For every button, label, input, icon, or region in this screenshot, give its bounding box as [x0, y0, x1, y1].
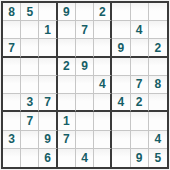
- cell-r7c9[interactable]: [149, 112, 167, 130]
- cell-r6c7[interactable]: 4: [112, 94, 130, 112]
- cell-r5c4[interactable]: [58, 76, 76, 94]
- cell-r1c9[interactable]: [149, 3, 167, 21]
- cell-r6c8[interactable]: 2: [131, 94, 149, 112]
- cell-r2c1[interactable]: [3, 21, 21, 39]
- cell-r4c3[interactable]: [39, 58, 57, 76]
- cell-r6c6[interactable]: [94, 94, 112, 112]
- sudoku-board: 85921747922947837427139746495: [1, 1, 169, 169]
- cell-r6c4[interactable]: [58, 94, 76, 112]
- cell-r9c6[interactable]: [94, 149, 112, 167]
- cell-r4c2[interactable]: [21, 58, 39, 76]
- cell-r1c4[interactable]: 9: [58, 3, 76, 21]
- cell-r1c7[interactable]: [112, 3, 130, 21]
- cell-r6c5[interactable]: [76, 94, 94, 112]
- cell-r1c6[interactable]: 2: [94, 3, 112, 21]
- cell-r8c5[interactable]: [76, 131, 94, 149]
- cell-r8c7[interactable]: [112, 131, 130, 149]
- cell-r8c1[interactable]: 3: [3, 131, 21, 149]
- cell-r3c7[interactable]: 9: [112, 39, 130, 57]
- cell-r3c1[interactable]: 7: [3, 39, 21, 57]
- sudoku-page: 85921747922947837427139746495: [0, 0, 170, 170]
- cell-r9c5[interactable]: 4: [76, 149, 94, 167]
- cell-r9c1[interactable]: [3, 149, 21, 167]
- cell-r1c1[interactable]: 8: [3, 3, 21, 21]
- cell-r9c2[interactable]: [21, 149, 39, 167]
- cell-r6c9[interactable]: [149, 94, 167, 112]
- cell-r9c4[interactable]: [58, 149, 76, 167]
- cell-r8c9[interactable]: 4: [149, 131, 167, 149]
- cell-r2c5[interactable]: 7: [76, 21, 94, 39]
- cell-r8c6[interactable]: [94, 131, 112, 149]
- cell-r2c7[interactable]: [112, 21, 130, 39]
- cell-r8c4[interactable]: 7: [58, 131, 76, 149]
- cell-r2c9[interactable]: [149, 21, 167, 39]
- cell-r3c4[interactable]: [58, 39, 76, 57]
- cell-r5c7[interactable]: [112, 76, 130, 94]
- cell-r7c2[interactable]: 7: [21, 112, 39, 130]
- cell-r9c3[interactable]: 6: [39, 149, 57, 167]
- cell-r5c2[interactable]: [21, 76, 39, 94]
- cell-r9c9[interactable]: 5: [149, 149, 167, 167]
- cell-r3c5[interactable]: [76, 39, 94, 57]
- cell-r4c4[interactable]: 2: [58, 58, 76, 76]
- cell-r4c1[interactable]: [3, 58, 21, 76]
- cell-r6c2[interactable]: 3: [21, 94, 39, 112]
- cell-r4c6[interactable]: [94, 58, 112, 76]
- cell-r6c3[interactable]: 7: [39, 94, 57, 112]
- cell-r5c5[interactable]: [76, 76, 94, 94]
- cell-r3c2[interactable]: [21, 39, 39, 57]
- cell-r2c2[interactable]: [21, 21, 39, 39]
- cell-r3c6[interactable]: [94, 39, 112, 57]
- cell-r7c5[interactable]: [76, 112, 94, 130]
- cell-r4c7[interactable]: [112, 58, 130, 76]
- cell-r5c1[interactable]: [3, 76, 21, 94]
- cell-r4c8[interactable]: [131, 58, 149, 76]
- cell-r4c5[interactable]: 9: [76, 58, 94, 76]
- cell-r8c2[interactable]: [21, 131, 39, 149]
- cell-r3c8[interactable]: [131, 39, 149, 57]
- cell-r1c3[interactable]: [39, 3, 57, 21]
- cell-r6c1[interactable]: [3, 94, 21, 112]
- cell-r7c8[interactable]: [131, 112, 149, 130]
- cell-r1c2[interactable]: 5: [21, 3, 39, 21]
- cell-r3c3[interactable]: [39, 39, 57, 57]
- cell-r7c4[interactable]: 1: [58, 112, 76, 130]
- cell-r5c3[interactable]: [39, 76, 57, 94]
- cell-r9c7[interactable]: [112, 149, 130, 167]
- cell-r2c6[interactable]: [94, 21, 112, 39]
- cell-r7c7[interactable]: [112, 112, 130, 130]
- cell-r2c8[interactable]: 4: [131, 21, 149, 39]
- cell-r7c1[interactable]: [3, 112, 21, 130]
- cell-r3c9[interactable]: 2: [149, 39, 167, 57]
- cell-r8c3[interactable]: 9: [39, 131, 57, 149]
- cell-r5c8[interactable]: 7: [131, 76, 149, 94]
- cell-r8c8[interactable]: [131, 131, 149, 149]
- cell-r4c9[interactable]: [149, 58, 167, 76]
- cell-r2c4[interactable]: [58, 21, 76, 39]
- cell-r5c6[interactable]: 4: [94, 76, 112, 94]
- cell-r5c9[interactable]: 8: [149, 76, 167, 94]
- cell-r9c8[interactable]: 9: [131, 149, 149, 167]
- cell-r7c6[interactable]: [94, 112, 112, 130]
- cell-r7c3[interactable]: [39, 112, 57, 130]
- cell-r1c8[interactable]: [131, 3, 149, 21]
- cell-r2c3[interactable]: 1: [39, 21, 57, 39]
- cell-r1c5[interactable]: [76, 3, 94, 21]
